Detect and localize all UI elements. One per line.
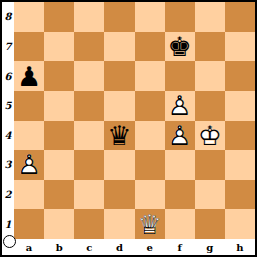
square-e4[interactable] bbox=[135, 121, 165, 151]
square-c2[interactable] bbox=[74, 180, 104, 210]
square-c1[interactable] bbox=[74, 209, 104, 239]
square-h7[interactable] bbox=[225, 32, 255, 62]
square-b7[interactable] bbox=[44, 32, 74, 62]
square-c7[interactable] bbox=[74, 32, 104, 62]
square-a4[interactable] bbox=[14, 121, 44, 151]
square-e5[interactable] bbox=[135, 91, 165, 121]
square-e8[interactable] bbox=[135, 2, 165, 32]
file-label-h: h bbox=[225, 239, 255, 255]
square-h8[interactable] bbox=[225, 2, 255, 32]
square-c3[interactable] bbox=[74, 150, 104, 180]
square-f3[interactable] bbox=[165, 150, 195, 180]
square-e6[interactable] bbox=[135, 61, 165, 91]
square-f6[interactable] bbox=[165, 61, 195, 91]
square-d1[interactable] bbox=[104, 209, 134, 239]
square-a6[interactable]: ♟ bbox=[14, 61, 44, 91]
square-e2[interactable] bbox=[135, 180, 165, 210]
rank-label-6: 6 bbox=[2, 61, 14, 91]
white-pawn-f5[interactable]: ♟♙ bbox=[168, 92, 192, 119]
black-king-f7[interactable]: ♚ bbox=[168, 33, 192, 60]
square-g8[interactable] bbox=[195, 2, 225, 32]
square-a8[interactable] bbox=[14, 2, 44, 32]
square-d2[interactable] bbox=[104, 180, 134, 210]
square-f7[interactable]: ♚ bbox=[165, 32, 195, 62]
square-e1[interactable]: ♛♕ bbox=[135, 209, 165, 239]
rank-label-5: 5 bbox=[2, 91, 14, 121]
square-b5[interactable] bbox=[44, 91, 74, 121]
white-pawn-a3[interactable]: ♟♙ bbox=[17, 151, 41, 178]
square-a1[interactable] bbox=[14, 209, 44, 239]
square-g6[interactable] bbox=[195, 61, 225, 91]
square-h5[interactable] bbox=[225, 91, 255, 121]
black-pawn-glyph: ♟ bbox=[17, 63, 41, 90]
black-queen-d4[interactable]: ♛ bbox=[107, 122, 131, 149]
square-c4[interactable] bbox=[74, 121, 104, 151]
side-to-move-indicator bbox=[3, 235, 16, 248]
square-d5[interactable] bbox=[104, 91, 134, 121]
square-g7[interactable] bbox=[195, 32, 225, 62]
file-label-e: e bbox=[135, 239, 165, 255]
file-label-f: f bbox=[165, 239, 195, 255]
chess-board: 87♚6♟5♟♙4♛♟♙♚♔3♟♙21♛♕abcdefgh bbox=[2, 2, 255, 255]
rank-label-8: 8 bbox=[2, 2, 14, 32]
square-d6[interactable] bbox=[104, 61, 134, 91]
white-king-glyph: ♔ bbox=[198, 122, 222, 149]
rank-label-7: 7 bbox=[2, 32, 14, 62]
file-label-g: g bbox=[195, 239, 225, 255]
square-d8[interactable] bbox=[104, 2, 134, 32]
square-b1[interactable] bbox=[44, 209, 74, 239]
white-pawn-glyph: ♙ bbox=[168, 92, 192, 119]
square-f4[interactable]: ♟♙ bbox=[165, 121, 195, 151]
file-label-d: d bbox=[104, 239, 134, 255]
square-c6[interactable] bbox=[74, 61, 104, 91]
black-queen-glyph: ♛ bbox=[107, 122, 131, 149]
square-h6[interactable] bbox=[225, 61, 255, 91]
square-c8[interactable] bbox=[74, 2, 104, 32]
square-b3[interactable] bbox=[44, 150, 74, 180]
square-h2[interactable] bbox=[225, 180, 255, 210]
square-e3[interactable] bbox=[135, 150, 165, 180]
square-f1[interactable] bbox=[165, 209, 195, 239]
square-c5[interactable] bbox=[74, 91, 104, 121]
white-pawn-f4[interactable]: ♟♙ bbox=[168, 122, 192, 149]
rank-label-3: 3 bbox=[2, 150, 14, 180]
rank-label-4: 4 bbox=[2, 121, 14, 151]
square-a2[interactable] bbox=[14, 180, 44, 210]
square-f2[interactable] bbox=[165, 180, 195, 210]
chess-diagram: 87♚6♟5♟♙4♛♟♙♚♔3♟♙21♛♕abcdefgh bbox=[0, 0, 257, 257]
square-d7[interactable] bbox=[104, 32, 134, 62]
square-g3[interactable] bbox=[195, 150, 225, 180]
black-pawn-a6[interactable]: ♟ bbox=[17, 63, 41, 90]
square-d4[interactable]: ♛ bbox=[104, 121, 134, 151]
file-label-a: a bbox=[14, 239, 44, 255]
square-a5[interactable] bbox=[14, 91, 44, 121]
square-g5[interactable] bbox=[195, 91, 225, 121]
white-pawn-glyph: ♙ bbox=[168, 122, 192, 149]
square-g1[interactable] bbox=[195, 209, 225, 239]
square-b4[interactable] bbox=[44, 121, 74, 151]
square-b2[interactable] bbox=[44, 180, 74, 210]
square-g4[interactable]: ♚♔ bbox=[195, 121, 225, 151]
square-f5[interactable]: ♟♙ bbox=[165, 91, 195, 121]
white-pawn-glyph: ♙ bbox=[17, 151, 41, 178]
square-b8[interactable] bbox=[44, 2, 74, 32]
rank-label-2: 2 bbox=[2, 180, 14, 210]
file-label-c: c bbox=[74, 239, 104, 255]
square-g2[interactable] bbox=[195, 180, 225, 210]
black-king-glyph: ♚ bbox=[168, 33, 192, 60]
square-a3[interactable]: ♟♙ bbox=[14, 150, 44, 180]
square-d3[interactable] bbox=[104, 150, 134, 180]
white-queen-e1[interactable]: ♛♕ bbox=[137, 211, 161, 238]
square-h3[interactable] bbox=[225, 150, 255, 180]
square-h1[interactable] bbox=[225, 209, 255, 239]
white-queen-glyph: ♕ bbox=[137, 211, 161, 238]
square-b6[interactable] bbox=[44, 61, 74, 91]
square-e7[interactable] bbox=[135, 32, 165, 62]
file-label-b: b bbox=[44, 239, 74, 255]
white-king-g4[interactable]: ♚♔ bbox=[198, 122, 222, 149]
square-f8[interactable] bbox=[165, 2, 195, 32]
square-h4[interactable] bbox=[225, 121, 255, 151]
square-a7[interactable] bbox=[14, 32, 44, 62]
